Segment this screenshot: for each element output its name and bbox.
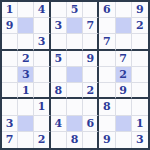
cell-r7c7[interactable]: 8 (99, 99, 115, 115)
cell-r9c1[interactable]: 7 (2, 132, 18, 148)
cell-r9c5[interactable]: 8 (67, 132, 83, 148)
cell-r6c6[interactable]: 2 (83, 83, 99, 99)
cell-r4c9[interactable] (132, 51, 148, 67)
cell-r9c2[interactable] (18, 132, 34, 148)
cell-r6c3[interactable] (34, 83, 50, 99)
cell-r6c4[interactable]: 8 (51, 83, 67, 99)
cell-r1c1[interactable]: 1 (2, 2, 18, 18)
cell-r9c3[interactable]: 2 (34, 132, 50, 148)
cell-r6c8[interactable]: 9 (116, 83, 132, 99)
cell-r8c9[interactable]: 1 (132, 116, 148, 132)
cell-r1c4[interactable] (51, 2, 67, 18)
cell-r1c7[interactable]: 6 (99, 2, 115, 18)
cell-r7c3[interactable]: 1 (34, 99, 50, 115)
cell-r2c9[interactable]: 2 (132, 18, 148, 34)
cell-r3c5[interactable] (67, 34, 83, 50)
cell-r2c1[interactable]: 9 (2, 18, 18, 34)
cell-r9c6[interactable] (83, 132, 99, 148)
cell-r9c4[interactable] (51, 132, 67, 148)
cell-r2c8[interactable] (116, 18, 132, 34)
cell-r8c4[interactable]: 4 (51, 116, 67, 132)
cell-r2c2[interactable] (18, 18, 34, 34)
cell-r6c9[interactable] (132, 83, 148, 99)
cell-r2c6[interactable]: 7 (83, 18, 99, 34)
cell-r4c5[interactable] (67, 51, 83, 67)
cell-r4c2[interactable]: 2 (18, 51, 34, 67)
cell-r1c8[interactable] (116, 2, 132, 18)
cell-r9c8[interactable] (116, 132, 132, 148)
cell-r5c1[interactable] (2, 67, 18, 83)
cell-r3c4[interactable] (51, 34, 67, 50)
cell-r6c2[interactable]: 1 (18, 83, 34, 99)
cell-r5c2[interactable]: 3 (18, 67, 34, 83)
cell-r1c5[interactable]: 5 (67, 2, 83, 18)
cell-r8c7[interactable] (99, 116, 115, 132)
cell-r5c5[interactable] (67, 67, 83, 83)
cell-r3c2[interactable] (18, 34, 34, 50)
cell-r5c6[interactable] (83, 67, 99, 83)
cell-r4c6[interactable]: 9 (83, 51, 99, 67)
cell-r3c1[interactable] (2, 34, 18, 50)
cell-r4c8[interactable]: 7 (116, 51, 132, 67)
cell-r2c3[interactable] (34, 18, 50, 34)
cell-r7c8[interactable] (116, 99, 132, 115)
cell-r8c6[interactable]: 6 (83, 116, 99, 132)
cell-r4c3[interactable] (34, 51, 50, 67)
cell-r8c1[interactable]: 3 (2, 116, 18, 132)
cell-r5c7[interactable] (99, 67, 115, 83)
cell-r7c9[interactable] (132, 99, 148, 115)
cell-r8c8[interactable] (116, 116, 132, 132)
cell-r9c9[interactable]: 3 (132, 132, 148, 148)
cell-r3c6[interactable] (83, 34, 99, 50)
cell-r4c7[interactable] (99, 51, 115, 67)
cell-r3c9[interactable] (132, 34, 148, 50)
cell-r5c8[interactable]: 2 (116, 67, 132, 83)
cell-r7c1[interactable] (2, 99, 18, 115)
cell-r8c2[interactable] (18, 116, 34, 132)
cell-r5c9[interactable] (132, 67, 148, 83)
cell-r7c4[interactable] (51, 99, 67, 115)
cell-r4c1[interactable] (2, 51, 18, 67)
cell-r7c2[interactable] (18, 99, 34, 115)
cell-r6c7[interactable] (99, 83, 115, 99)
cell-r6c1[interactable] (2, 83, 18, 99)
cell-r8c3[interactable] (34, 116, 50, 132)
cell-r7c5[interactable] (67, 99, 83, 115)
cell-r9c7[interactable]: 9 (99, 132, 115, 148)
cell-r1c6[interactable] (83, 2, 99, 18)
cell-r1c3[interactable]: 4 (34, 2, 50, 18)
cell-r2c7[interactable] (99, 18, 115, 34)
cell-r6c5[interactable] (67, 83, 83, 99)
cell-r5c4[interactable] (51, 67, 67, 83)
cell-r3c7[interactable]: 7 (99, 34, 115, 50)
cell-r5c3[interactable] (34, 67, 50, 83)
cell-r1c9[interactable]: 9 (132, 2, 148, 18)
cell-r3c8[interactable] (116, 34, 132, 50)
cell-r2c5[interactable] (67, 18, 83, 34)
cell-r7c6[interactable] (83, 99, 99, 115)
cell-r4c4[interactable]: 5 (51, 51, 67, 67)
cell-r3c3[interactable]: 3 (34, 34, 50, 50)
cell-r2c4[interactable]: 3 (51, 18, 67, 34)
cell-r1c2[interactable] (18, 2, 34, 18)
sudoku-board: 14569937237259732182918346172893 (0, 0, 150, 150)
cell-r8c5[interactable] (67, 116, 83, 132)
